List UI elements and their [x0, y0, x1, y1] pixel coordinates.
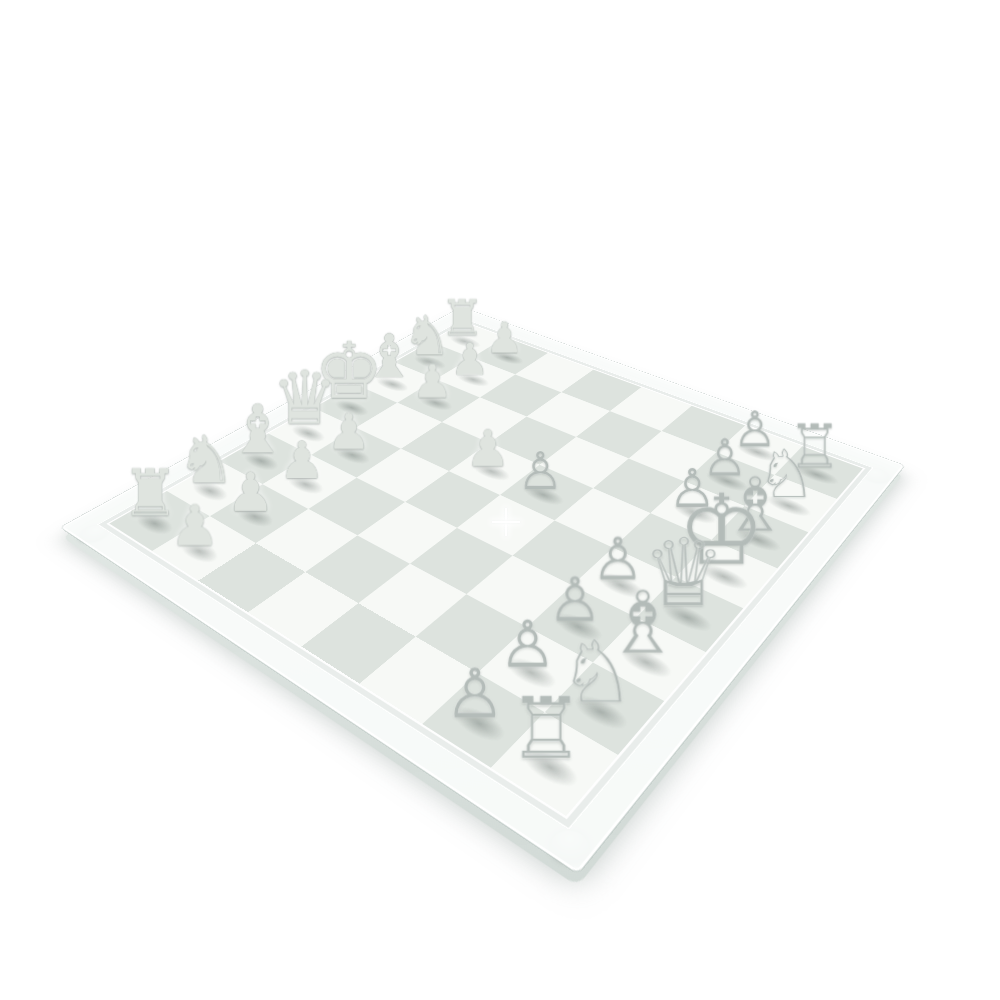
chess-board: ♜♟♙♖♞♟♙♘♝♟♙♗♚♟♙♔♛♟♙♕♝♟♙♗♞♟♙♘♜♟♙♖	[61, 307, 905, 874]
piece-frosted-white-pawn-a2[interactable]: ♟	[108, 497, 280, 553]
square-a8[interactable]: ♖	[491, 712, 618, 816]
product-photo: ♜♟♙♖♞♟♙♘♝♟♙♗♚♟♙♔♛♟♙♕♝♟♙♗♞♟♙♘♜♟♙♖	[0, 0, 1000, 1000]
piece-clear-black-rook-a8[interactable]: ♖	[436, 686, 655, 771]
piece-clear-black-pawn-e5[interactable]: ♙	[460, 445, 620, 497]
board-grid: ♜♟♙♖♞♟♙♘♝♟♙♗♚♟♙♔♛♟♙♕♝♟♙♗♞♟♙♘♜♟♙♖	[109, 322, 862, 815]
